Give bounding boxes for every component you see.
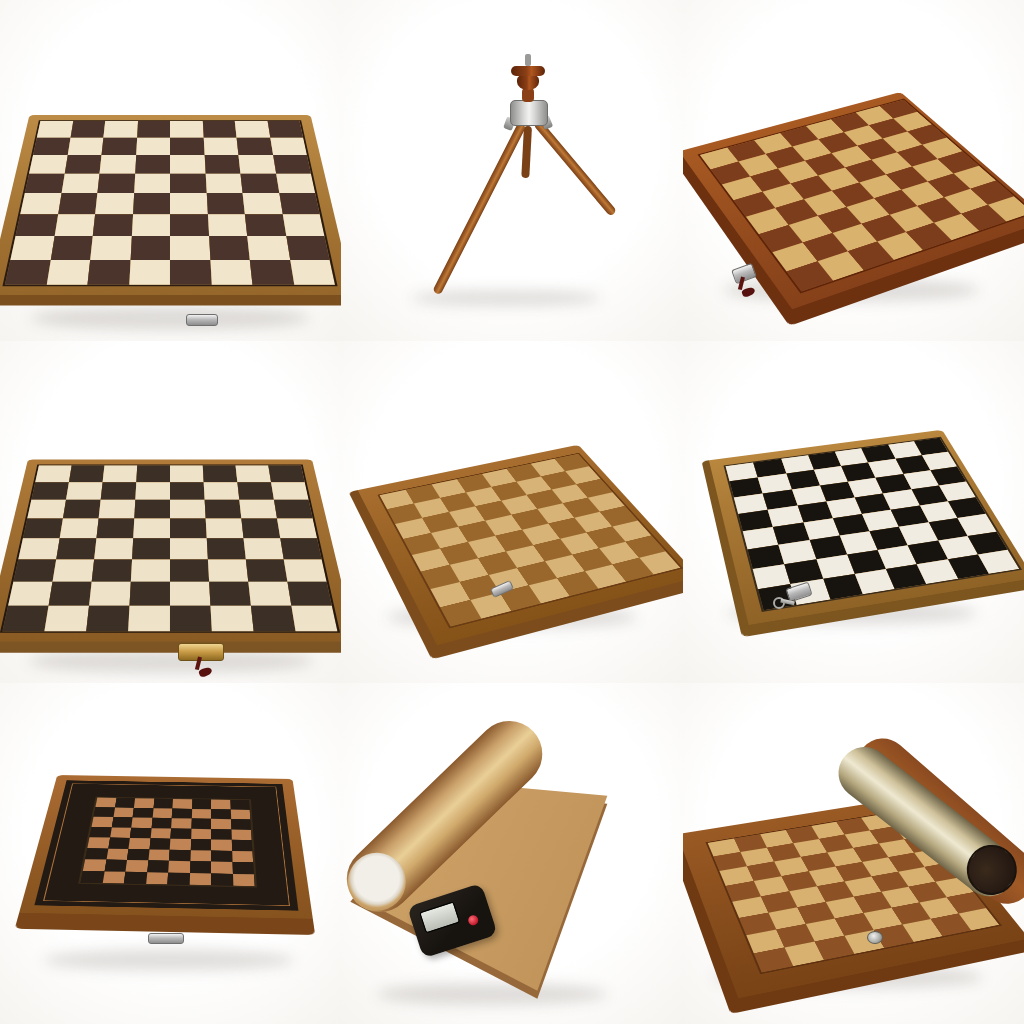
board-square <box>855 106 893 125</box>
board-square <box>66 482 103 500</box>
chess-set-cream-vs-brown-board: ♜♟♟♜♞♟♟♞♝♟♟♝♛♟♟♛♚♟♟♚♝♟♟♝♞♟♟♞♜♟♟♜ <box>0 460 341 653</box>
board-square <box>134 500 170 519</box>
piece-glyph: ♟ <box>844 511 880 551</box>
board-square <box>108 837 130 848</box>
board-square <box>880 100 917 119</box>
photo-chess-set-cream-vs-brown: ♜♟♟♜♞♟♟♞♝♟♟♝♛♟♟♛♚♟♟♚♝♟♟♝♞♟♟♞♜♟♟♜ <box>0 341 341 682</box>
board-square <box>827 848 862 867</box>
piece-glyph: ♞ <box>836 115 878 162</box>
board-square <box>134 798 154 808</box>
board-square <box>170 466 204 483</box>
tile-chess-set-cream-vs-brown: ♜♟♟♜♞♟♟♞♝♟♟♝♛♟♟♛♚♟♟♚♝♟♟♝♞♟♟♞♜♟♟♜ <box>0 341 341 682</box>
board-square <box>232 862 254 874</box>
piece-glyph: ♟ <box>900 185 937 226</box>
board-square <box>130 236 170 260</box>
board-square <box>549 518 587 539</box>
board-square <box>192 799 211 809</box>
board-square <box>170 121 203 138</box>
board-square <box>211 829 231 840</box>
board-square <box>92 560 132 582</box>
board-square <box>869 118 908 138</box>
board-square <box>907 124 946 144</box>
piece-glyph: ♟ <box>813 132 847 170</box>
board-square <box>922 138 962 159</box>
empty-wooden-chess-board-squares <box>378 453 683 629</box>
board-square <box>575 512 613 533</box>
board-square <box>152 808 172 818</box>
board-square <box>938 482 975 502</box>
board-square <box>203 466 238 483</box>
board-square <box>86 606 129 632</box>
board-square <box>170 236 210 260</box>
photo-chess-board-with-metal-roll <box>683 683 1024 1024</box>
board-square <box>844 125 883 145</box>
board-square <box>130 827 151 838</box>
board-square <box>133 807 154 817</box>
board-square <box>861 445 895 463</box>
board-square <box>555 454 589 471</box>
piece-glyph: ♟ <box>67 438 105 481</box>
board-square <box>130 582 170 606</box>
board-square <box>809 866 845 886</box>
board-square <box>168 860 190 872</box>
board-square <box>232 873 254 886</box>
board-square <box>113 807 134 817</box>
chess-board-scattered-black-pieces-board: ♟♟♟♝♟♞♟♟♟♟♟ <box>683 92 1024 326</box>
board-square <box>102 871 125 883</box>
board-square <box>146 872 169 884</box>
board-square <box>423 512 459 533</box>
tile-black-white-board-glass-pieces: ♞♝♛♟♝♜♟♟♞♝♟♟♟♝♟ <box>683 341 1024 682</box>
piece-glyph: ♞ <box>740 496 785 546</box>
piece-glyph: ♜ <box>266 432 310 481</box>
clock-red-button <box>467 914 480 927</box>
board-square <box>189 872 211 884</box>
board-square <box>101 482 137 500</box>
board-square <box>210 606 253 632</box>
rollup-mat-with-clock-shadow <box>377 983 607 1005</box>
board-square <box>388 504 423 524</box>
chess-set-brown-pieces-squares: ♜♟♟♜♞♟♟♞♝♟♟♝♛♟♟♛♚♟♟♚♝♟♟♝♞♟♟♞♜♟♟♜ <box>2 120 337 286</box>
board-square <box>774 857 809 876</box>
board-square <box>125 860 147 872</box>
tripod-metal-collar <box>510 100 548 126</box>
board-square <box>781 456 814 474</box>
board-square <box>897 145 937 167</box>
board-square <box>818 168 859 191</box>
board-square <box>190 839 211 850</box>
board-square <box>150 828 171 839</box>
board-square <box>92 816 114 826</box>
board-square <box>170 193 207 214</box>
board-square <box>211 873 233 886</box>
board-square <box>235 121 270 138</box>
board-square <box>853 843 888 861</box>
board-square <box>766 147 805 169</box>
board-square <box>90 236 131 260</box>
piece-glyph: ♟ <box>235 438 273 481</box>
board-square <box>127 848 149 860</box>
board-square <box>205 500 242 519</box>
empty-wooden-chess-board-board <box>349 445 683 660</box>
board-square <box>236 466 272 483</box>
board-square <box>93 214 133 236</box>
board-square <box>566 466 601 484</box>
clock-lcd-screen <box>420 901 461 933</box>
board-square <box>172 808 192 818</box>
board-square <box>844 830 878 848</box>
board-square <box>103 466 138 483</box>
board-square <box>128 838 150 849</box>
board-square <box>707 838 740 856</box>
board-square <box>786 826 819 843</box>
board-square <box>895 456 930 474</box>
board-square <box>740 847 774 866</box>
piece-glyph: ♟ <box>781 520 817 560</box>
board-square <box>167 872 189 884</box>
piece-glyph: ♟ <box>892 111 925 148</box>
board-square <box>211 850 232 862</box>
chess-set-brown-pieces-clasp <box>186 314 218 326</box>
board-square <box>502 495 538 515</box>
board-square <box>753 459 786 478</box>
board-square <box>170 214 209 236</box>
board-square <box>486 515 523 536</box>
board-square <box>204 155 240 173</box>
board-square <box>237 138 273 155</box>
board-square <box>206 193 245 214</box>
board-square <box>898 867 935 887</box>
board-square <box>89 826 111 837</box>
photo-rollup-mat-with-clock <box>341 683 682 1024</box>
board-square <box>135 482 170 500</box>
board-square <box>836 817 869 834</box>
board-square <box>94 539 133 560</box>
photo-wooden-tripod-stand <box>341 0 682 341</box>
board-square <box>937 151 978 173</box>
board-square <box>203 138 238 155</box>
board-square <box>457 474 491 493</box>
board-square <box>231 829 252 840</box>
board-square <box>169 849 190 861</box>
piece-glyph: ♟ <box>42 577 90 630</box>
board-square <box>211 809 231 819</box>
board-square <box>83 859 106 871</box>
board-square <box>87 837 109 848</box>
board-square <box>713 852 747 871</box>
board-square <box>930 467 966 486</box>
board-square <box>414 498 449 518</box>
board-square <box>131 214 170 236</box>
tripod-rear-leg <box>522 126 533 178</box>
tile-chess-set-brown-pieces: ♜♟♟♜♞♟♟♞♝♟♟♝♛♟♟♛♚♟♟♚♝♟♟♝♞♟♟♞♜♟♟♜ <box>0 0 341 341</box>
board-square <box>103 121 137 138</box>
board-square <box>190 850 211 862</box>
board-square <box>94 807 115 817</box>
board-square <box>95 193 134 214</box>
board-square <box>110 827 132 838</box>
board-square <box>868 459 903 478</box>
board-square <box>754 876 789 896</box>
board-square <box>170 138 204 155</box>
board-square <box>600 506 638 526</box>
board-square <box>953 166 995 189</box>
board-square <box>857 138 897 159</box>
board-square <box>100 155 136 173</box>
board-square <box>136 466 170 483</box>
board-square <box>727 140 766 161</box>
tripod-right-leg <box>533 119 617 217</box>
board-square <box>449 507 485 527</box>
photo-chess-set-brown-pieces: ♜♟♟♜♞♟♟♞♝♟♟♝♛♟♟♛♚♟♟♚♝♟♟♝♞♟♟♞♜♟♟♜ <box>0 0 341 341</box>
chess-board-with-metal-roll-clasp <box>867 931 883 944</box>
board-square <box>888 442 922 460</box>
piece-glyph: ♜ <box>289 569 341 630</box>
board-square <box>170 260 211 285</box>
board-square <box>527 490 563 509</box>
board-square <box>206 519 244 539</box>
board-square <box>841 463 875 482</box>
board-square <box>760 830 793 848</box>
piece-glyph: ♟ <box>917 104 949 140</box>
board-square <box>131 560 170 582</box>
tile-empty-wooden-chess-board <box>341 341 682 682</box>
board-square <box>136 138 170 155</box>
board-square <box>104 859 127 871</box>
black-field-wooden-board-clasp <box>148 933 184 944</box>
board-square <box>172 799 192 809</box>
piece-glyph: ♜ <box>32 87 76 136</box>
board-square <box>148 849 170 861</box>
piece-glyph: ♞ <box>784 441 825 487</box>
piece-glyph: ♟ <box>234 94 272 136</box>
board-square <box>191 818 211 828</box>
board-square <box>209 582 251 606</box>
board-square <box>792 139 831 160</box>
board-square <box>531 459 565 477</box>
board-square <box>835 862 871 881</box>
board-square <box>209 236 250 260</box>
board-square <box>128 606 170 632</box>
board-square <box>818 132 857 153</box>
board-square <box>211 839 232 850</box>
board-square <box>170 582 210 606</box>
board-square <box>211 818 231 828</box>
product-collage: ♜♟♟♜♞♟♟♞♝♟♟♝♛♟♟♛♚♟♟♚♝♟♟♝♞♟♟♞♜♟♟♜ ♟♟♟♝♟♞♟… <box>0 0 1024 1024</box>
board-square <box>871 152 912 174</box>
board-square <box>507 464 541 482</box>
tripod-finial-waist <box>522 88 534 102</box>
black-field-wooden-board-black-field <box>34 780 298 910</box>
board-square <box>170 838 191 849</box>
board-square <box>588 493 625 513</box>
board-square <box>129 260 170 285</box>
board-square <box>69 466 105 483</box>
board-square <box>171 818 191 828</box>
board-square <box>793 839 827 857</box>
tripod-left-leg <box>433 122 527 295</box>
tile-rollup-mat-with-clock <box>341 683 682 1024</box>
board-square <box>492 482 527 501</box>
board-square <box>482 469 516 487</box>
board-square <box>132 539 170 560</box>
board-square <box>719 866 753 886</box>
board-square <box>207 214 247 236</box>
board-square <box>95 797 116 807</box>
board-square <box>131 817 152 827</box>
board-square <box>102 138 137 155</box>
board-square <box>432 479 466 498</box>
board-square <box>211 799 230 809</box>
piece-glyph: ♟ <box>773 126 807 164</box>
black-field-wooden-board-scene <box>38 701 302 965</box>
board-square <box>147 860 169 872</box>
piece-glyph: ♟ <box>788 106 821 142</box>
board-square <box>747 861 782 880</box>
board-square <box>767 843 801 861</box>
board-square <box>211 861 232 873</box>
board-square <box>230 800 250 810</box>
board-square <box>170 606 212 632</box>
board-square <box>577 479 613 498</box>
board-square <box>912 159 954 182</box>
board-square <box>99 500 136 519</box>
board-square <box>170 519 207 539</box>
board-square <box>893 112 931 132</box>
board-square <box>97 174 134 194</box>
board-square <box>111 817 132 827</box>
board-square <box>879 839 914 857</box>
board-square <box>87 260 130 285</box>
board-square <box>476 501 512 521</box>
empty-wooden-chess-board-scene <box>381 393 651 663</box>
chess-set-cream-vs-brown-squares: ♜♟♟♜♞♟♟♞♝♟♟♝♛♟♟♛♚♟♟♚♝♟♟♝♞♟♟♞♜♟♟♜ <box>0 465 340 633</box>
board-square <box>805 153 845 175</box>
photo-black-field-wooden-board <box>0 683 341 1024</box>
board-square <box>85 848 108 860</box>
board-square <box>441 493 476 513</box>
board-square <box>135 155 170 173</box>
tile-black-field-wooden-board <box>0 683 341 1024</box>
board-square <box>170 539 208 560</box>
piece-glyph: ♟ <box>922 138 956 176</box>
tripod-finial-body <box>517 74 539 90</box>
board-square <box>137 121 170 138</box>
piece-glyph: ♟ <box>741 171 777 211</box>
tripod-finial-cap <box>511 66 545 76</box>
piece-glyph: ♟ <box>68 94 106 136</box>
board-square <box>808 452 841 470</box>
chess-board-scattered-black-pieces-scene: ♟♟♟♝♟♞♟♟♟♟♟ <box>713 40 995 322</box>
board-square <box>231 819 251 830</box>
board-square <box>811 821 844 838</box>
tripod-top-screw <box>525 54 531 66</box>
piece-glyph: ♟ <box>44 231 90 283</box>
board-square <box>888 852 924 871</box>
board-square <box>831 146 871 168</box>
board-square <box>237 482 274 500</box>
board-square <box>380 490 414 509</box>
black-field-wooden-board-board <box>15 775 315 935</box>
piece-glyph: ♜ <box>264 87 308 136</box>
board-square <box>191 828 211 839</box>
board-square <box>230 809 250 819</box>
board-square <box>170 500 206 519</box>
board-square <box>541 472 576 490</box>
board-square <box>911 486 948 506</box>
board-square <box>914 438 948 455</box>
board-square <box>202 121 236 138</box>
board-square <box>819 834 853 852</box>
black-field-wooden-board-squares <box>78 796 257 887</box>
board-square <box>552 485 588 504</box>
board-square <box>563 498 600 518</box>
board-square <box>466 487 501 506</box>
board-square <box>882 131 922 152</box>
board-square <box>205 174 242 194</box>
black-white-board-glass-pieces-board: ♞♝♛♟♝♜♟♟♞♝♟♟♟♝♟ <box>701 430 1024 637</box>
board-square <box>862 857 898 876</box>
board-square <box>170 482 205 500</box>
tile-chess-board-scattered-black-pieces: ♟♟♟♝♟♞♟♟♟♟♟ <box>683 0 1024 341</box>
board-square <box>124 871 147 883</box>
board-square <box>134 174 170 194</box>
board-square <box>835 449 868 467</box>
board-square <box>922 452 957 470</box>
board-square <box>831 113 869 133</box>
board-square <box>191 808 211 818</box>
board-square <box>81 870 105 882</box>
tile-chess-board-with-metal-roll <box>683 683 1024 1024</box>
board-square <box>170 155 205 173</box>
board-square <box>700 147 739 169</box>
piece-glyph: ♝ <box>812 436 854 483</box>
board-square <box>780 126 818 146</box>
board-square <box>406 485 440 504</box>
board-square <box>170 174 206 194</box>
board-square <box>207 539 246 560</box>
photo-empty-wooden-chess-board <box>341 341 682 682</box>
board-square <box>734 834 767 852</box>
board-square <box>538 504 575 524</box>
board-square <box>210 260 253 285</box>
board-square <box>947 498 985 519</box>
board-square <box>190 861 211 873</box>
black-white-board-glass-pieces-squares: ♞♝♛♟♝♜♟♟♞♝♟♟♟♝♟ <box>723 437 1022 612</box>
board-square <box>153 798 173 808</box>
piece-glyph: ♜ <box>287 222 342 283</box>
board-square <box>806 119 844 139</box>
board-square <box>170 560 209 582</box>
black-white-board-glass-pieces-scene: ♞♝♛♟♝♜♟♟♞♝♟♟♟♝♟ <box>719 375 993 649</box>
board-square <box>232 850 253 862</box>
board-square <box>96 519 134 539</box>
board-square <box>204 482 240 500</box>
piece-glyph: ♟ <box>853 105 886 141</box>
board-square <box>170 828 191 839</box>
photo-black-white-board-glass-pieces: ♞♝♛♟♝♜♟♟♞♝♟♟♟♝♟ <box>683 341 1024 682</box>
piece-glyph: ♟ <box>891 544 928 585</box>
board-square <box>778 161 818 184</box>
board-square <box>149 838 170 849</box>
board-square <box>903 470 939 489</box>
board-square <box>89 582 131 606</box>
chess-set-brown-pieces-scene: ♜♟♟♜♞♟♟♞♝♟♟♝♛♟♟♛♚♟♟♚♝♟♟♝♞♟♟♞♜♟♟♜ <box>10 30 330 341</box>
board-square <box>231 839 252 850</box>
board-square <box>517 477 552 496</box>
chess-set-cream-vs-brown-scene: ♜♟♟♜♞♟♟♞♝♟♟♝♛♟♟♛♚♟♟♚♝♟♟♝♞♟♟♞♜♟♟♜ <box>8 373 332 682</box>
board-square <box>106 848 128 860</box>
